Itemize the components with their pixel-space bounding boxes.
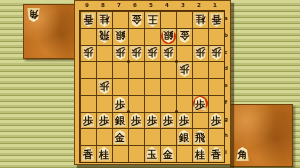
piece-8a[interactable]: 桂: [98, 13, 111, 27]
piece-1g[interactable]: 歩: [210, 113, 223, 127]
piece-kanji: 歩: [179, 63, 189, 77]
piece-5i[interactable]: 玉: [146, 147, 159, 161]
piece-9a[interactable]: 香: [82, 13, 95, 27]
file-label: 9: [82, 3, 92, 9]
piece-kanji: 香: [83, 147, 93, 161]
piece-kanji: 歩: [115, 46, 125, 60]
piece-5a[interactable]: 王: [146, 13, 159, 27]
file-label: 6: [130, 3, 140, 9]
hoshi-dot: [127, 110, 130, 113]
piece-5g[interactable]: 歩: [146, 113, 159, 127]
piece-8e[interactable]: 歩: [98, 80, 111, 94]
file-label: 5: [146, 3, 156, 9]
piece-kanji: 香: [211, 13, 221, 27]
piece-kanji: 歩: [115, 97, 125, 111]
piece-kanji: 銀: [115, 113, 125, 127]
piece-8g[interactable]: 歩: [98, 113, 111, 127]
piece-8i[interactable]: 桂: [98, 147, 111, 161]
piece-kanji: 歩: [83, 113, 93, 127]
piece-kanji: 桂: [99, 13, 109, 27]
shogi-board: 987654321 abcdefghi 香桂金王桂香飛銀銀金歩歩歩歩歩歩歩歩歩歩…: [74, 0, 231, 165]
piece-kanji: 桂: [195, 13, 205, 27]
piece-kanji: 歩: [99, 113, 109, 127]
piece-kanji: 金: [115, 130, 125, 144]
piece-kanji: 歩: [131, 113, 141, 127]
piece-4g[interactable]: 歩: [162, 113, 175, 127]
piece-kanji: 桂: [99, 147, 109, 161]
piece-kanji: 金: [163, 147, 173, 161]
piece-2a[interactable]: 桂: [194, 13, 207, 27]
piece-kanji: 歩: [211, 113, 221, 127]
piece-kanji: 歩: [179, 113, 189, 127]
piece-kanji: 桂: [195, 147, 205, 161]
piece-kanji: 飛: [99, 29, 109, 43]
piece-2i[interactable]: 桂: [194, 147, 207, 161]
piece-kanji: 金: [131, 13, 141, 27]
piece-kanji: 歩: [147, 113, 157, 127]
piece-gote-hand[interactable]: 角: [27, 8, 40, 22]
piece-sente-hand[interactable]: 角: [236, 147, 249, 161]
piece-7g[interactable]: 銀: [114, 113, 127, 127]
piece-4i[interactable]: 金: [162, 147, 175, 161]
piece-2c[interactable]: 歩: [194, 46, 207, 60]
piece-kanji: 王: [147, 13, 157, 27]
piece-9g[interactable]: 歩: [82, 113, 95, 127]
board-grid: 香桂金王桂香飛銀銀金歩歩歩歩歩歩歩歩歩歩歩歩歩銀歩歩歩歩歩金銀飛香桂玉金桂香: [79, 10, 225, 163]
piece-3d[interactable]: 歩: [178, 63, 191, 77]
piece-6g[interactable]: 歩: [130, 113, 143, 127]
piece-8b[interactable]: 飛: [98, 29, 111, 43]
piece-1i[interactable]: 香: [210, 147, 223, 161]
piece-kanji: 銀: [179, 130, 189, 144]
piece-kanji: 歩: [99, 80, 109, 94]
file-label: 4: [162, 3, 172, 9]
file-label: 8: [98, 3, 108, 9]
file-label: 2: [194, 3, 204, 9]
piece-7f[interactable]: 歩: [114, 97, 127, 111]
piece-kanji: 玉: [147, 147, 157, 161]
piece-7b[interactable]: 銀: [114, 29, 127, 43]
piece-5c[interactable]: 歩: [146, 46, 159, 60]
piece-2h[interactable]: 飛: [194, 130, 207, 144]
sente-hand-tray: 角: [230, 104, 293, 167]
piece-kanji: 歩: [211, 46, 221, 60]
piece-4c[interactable]: 歩: [162, 46, 175, 60]
piece-9c[interactable]: 歩: [82, 46, 95, 60]
piece-1c[interactable]: 歩: [210, 46, 223, 60]
piece-kanji: 歩: [83, 46, 93, 60]
piece-kanji: 歩: [131, 46, 141, 60]
hoshi-dot: [175, 110, 178, 113]
piece-kanji: 歩: [163, 46, 173, 60]
piece-kanji: 角: [238, 147, 248, 161]
piece-1a[interactable]: 香: [210, 13, 223, 27]
gote-hand-tray: 角: [23, 4, 75, 59]
piece-kanji: 香: [83, 13, 93, 27]
hoshi-dot: [127, 60, 130, 63]
piece-3h[interactable]: 銀: [178, 130, 191, 144]
piece-kanji: 歩: [147, 46, 157, 60]
file-label: 1: [210, 3, 220, 9]
piece-kanji: 歩: [163, 113, 173, 127]
piece-kanji: 歩: [195, 46, 205, 60]
piece-7h[interactable]: 金: [114, 130, 127, 144]
file-labels: 987654321: [79, 1, 223, 10]
file-label: 7: [114, 3, 124, 9]
piece-7c[interactable]: 歩: [114, 46, 127, 60]
piece-kanji: 香: [211, 147, 221, 161]
piece-kanji: 銀: [115, 29, 125, 43]
piece-kanji: 金: [179, 29, 189, 43]
piece-9i[interactable]: 香: [82, 147, 95, 161]
piece-3b[interactable]: 金: [178, 29, 191, 43]
piece-3g[interactable]: 歩: [178, 113, 191, 127]
hoshi-dot: [175, 60, 178, 63]
piece-6c[interactable]: 歩: [130, 46, 143, 60]
piece-6a[interactable]: 金: [130, 13, 143, 27]
piece-kanji: 角: [29, 8, 39, 22]
tatami-background: 角 角 987654321 abcdefghi 香桂金王桂香飛銀銀金歩歩歩歩歩歩…: [0, 0, 300, 168]
file-label: 3: [178, 3, 188, 9]
piece-kanji: 飛: [195, 130, 205, 144]
